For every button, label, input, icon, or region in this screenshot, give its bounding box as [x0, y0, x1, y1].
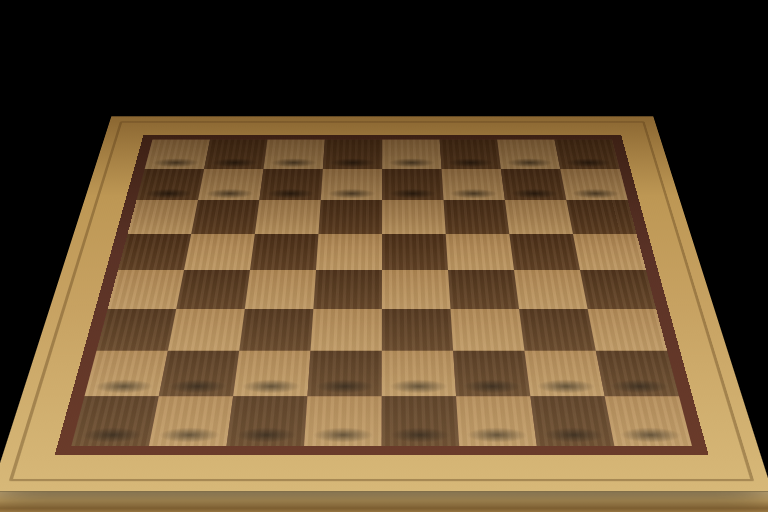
square-a5[interactable] [580, 270, 656, 309]
square-d8[interactable]: ♛ [382, 396, 460, 446]
square-g2[interactable]: ♟ [198, 169, 264, 200]
square-c4[interactable] [446, 234, 514, 270]
square-e5[interactable] [313, 270, 382, 309]
square-e4[interactable] [316, 234, 382, 270]
square-h2[interactable]: ♟ [136, 169, 204, 200]
square-c5[interactable] [448, 270, 519, 309]
square-a8[interactable]: ♜ [605, 396, 692, 446]
black-knight[interactable]: ♞ [530, 351, 620, 444]
square-g3[interactable] [191, 200, 259, 234]
square-c3[interactable] [444, 200, 510, 234]
white-pawn[interactable]: ♟ [134, 130, 201, 199]
square-d3[interactable] [382, 200, 446, 234]
square-d4[interactable] [382, 234, 448, 270]
white-pawn[interactable]: ♟ [440, 130, 507, 199]
square-b4[interactable] [509, 234, 580, 270]
board-inner-border: ♜♞♝♚♛♝♞♜♟♟♟♟♟♟♟♟♟♟♟♟♟♟♟♟♜♞♝♚♛♝♞♜ [55, 135, 709, 456]
white-pawn[interactable]: ♟ [256, 130, 323, 199]
chess-board: ♜♞♝♚♛♝♞♜♟♟♟♟♟♟♟♟♟♟♟♟♟♟♟♟♜♞♝♚♛♝♞♜ [0, 116, 768, 491]
square-a3[interactable] [566, 200, 636, 234]
white-pawn[interactable]: ♟ [563, 130, 630, 199]
square-d5[interactable] [382, 270, 451, 309]
photo-background: ♜♞♝♚♛♝♞♜♟♟♟♟♟♟♟♟♟♟♟♟♟♟♟♟♜♞♝♚♛♝♞♜ [0, 0, 768, 512]
square-a2[interactable]: ♟ [560, 169, 628, 200]
square-e3[interactable] [318, 200, 382, 234]
square-f4[interactable] [250, 234, 318, 270]
square-h4[interactable] [118, 234, 191, 270]
square-g5[interactable] [176, 270, 250, 309]
square-b3[interactable] [505, 200, 573, 234]
square-e2[interactable]: ♟ [321, 169, 382, 200]
square-b2[interactable]: ♟ [501, 169, 566, 200]
square-b5[interactable] [514, 270, 588, 309]
square-f5[interactable] [245, 270, 316, 309]
square-b8[interactable]: ♞ [530, 396, 614, 446]
white-pawn[interactable]: ♟ [195, 130, 262, 199]
white-pawn[interactable]: ♟ [318, 130, 385, 199]
square-g4[interactable] [184, 234, 255, 270]
black-rook[interactable]: ♜ [610, 356, 695, 443]
square-c2[interactable]: ♟ [442, 169, 505, 200]
square-f3[interactable] [255, 200, 321, 234]
white-pawn[interactable]: ♟ [502, 130, 569, 199]
square-a4[interactable] [573, 234, 646, 270]
white-pawn[interactable]: ♟ [379, 130, 446, 199]
square-d2[interactable]: ♟ [382, 169, 443, 200]
board-front-edge [0, 491, 768, 512]
square-f2[interactable]: ♟ [259, 169, 323, 200]
square-h5[interactable] [108, 270, 184, 309]
black-rook[interactable]: ♜ [68, 356, 153, 443]
square-c8[interactable]: ♝ [456, 396, 537, 446]
board-squares: ♜♞♝♚♛♝♞♜♟♟♟♟♟♟♟♟♟♟♟♟♟♟♟♟♜♞♝♚♛♝♞♜ [71, 140, 692, 446]
square-h3[interactable] [128, 200, 198, 234]
